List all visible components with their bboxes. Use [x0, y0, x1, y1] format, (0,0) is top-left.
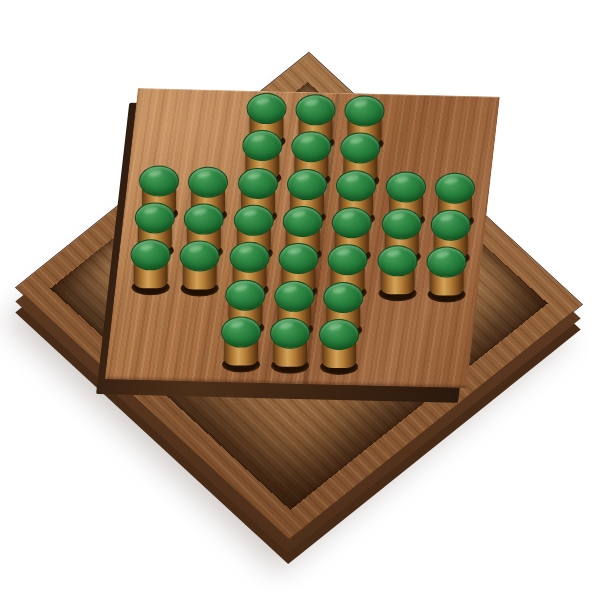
hole-cell-r4c5[interactable]: [368, 273, 422, 312]
solitaire-board: [105, 88, 500, 388]
non-playable-cell: [364, 311, 418, 350]
non-playable-cell: [162, 343, 216, 382]
peg-top: [242, 130, 282, 161]
peg-r4c0[interactable]: [130, 240, 170, 296]
product-photo-scene: [0, 0, 600, 600]
hole-cell-r4c1[interactable]: [171, 269, 225, 308]
peg-top: [221, 317, 261, 348]
peg-top: [336, 170, 376, 201]
peg-top: [130, 240, 170, 271]
peg-r6c4[interactable]: [319, 319, 359, 375]
peg-top: [135, 202, 175, 233]
non-playable-cell: [113, 342, 167, 381]
hole-cell-r4c6[interactable]: [418, 275, 472, 314]
peg-r4c1[interactable]: [180, 241, 220, 297]
non-playable-cell: [409, 349, 463, 388]
peg-top: [324, 282, 364, 313]
peg-top: [184, 204, 224, 235]
hole-cell-r6c4[interactable]: [310, 347, 364, 386]
peg-top: [283, 206, 323, 237]
peg-top: [386, 171, 426, 202]
peg-top: [274, 281, 314, 312]
peg-top: [345, 95, 385, 126]
peg-top: [225, 279, 265, 310]
hole-cell-r6c2[interactable]: [212, 345, 266, 384]
peg-r4c6[interactable]: [427, 247, 467, 303]
peg-top: [246, 93, 286, 124]
non-playable-cell: [435, 125, 489, 164]
peg-top: [291, 131, 331, 162]
hole-cell-r6c3[interactable]: [261, 346, 315, 385]
peg-top: [229, 242, 269, 273]
peg-top: [238, 167, 278, 198]
peg-top: [296, 94, 336, 125]
peg-r4c5[interactable]: [377, 246, 417, 302]
peg-r6c2[interactable]: [221, 317, 261, 373]
non-playable-cell: [188, 119, 242, 158]
peg-top: [233, 205, 273, 236]
peg-top: [435, 172, 475, 203]
peg-top: [287, 169, 327, 200]
peg-top: [431, 210, 471, 241]
non-playable-cell: [138, 118, 192, 157]
non-playable-cell: [360, 348, 414, 387]
peg-r6c3[interactable]: [270, 318, 310, 374]
peg-top: [270, 318, 310, 349]
non-playable-cell: [166, 306, 220, 345]
peg-top: [382, 208, 422, 239]
non-playable-cell: [385, 124, 439, 163]
peg-top: [188, 166, 228, 197]
non-playable-cell: [117, 305, 171, 344]
non-playable-cell: [414, 312, 468, 351]
peg-grid: [113, 118, 489, 388]
peg-top: [139, 165, 179, 196]
hole-cell-r4c0[interactable]: [121, 267, 175, 306]
